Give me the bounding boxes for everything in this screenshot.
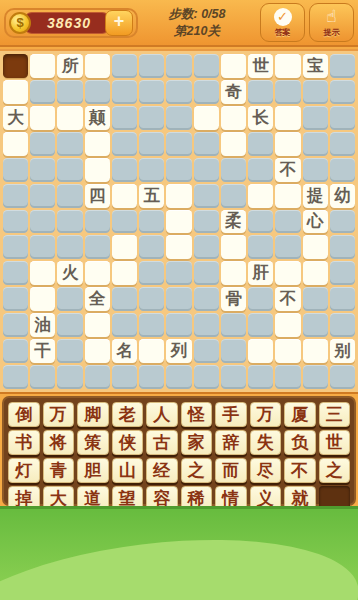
tray-tile-r3c6[interactable]: 之 bbox=[181, 458, 213, 483]
steps-and-level: 步数: 0/58 第210关 bbox=[138, 6, 256, 40]
board-cell-r2c12 bbox=[303, 80, 328, 104]
board-cell-r13c8 bbox=[194, 365, 219, 389]
board-cell-r5c12 bbox=[303, 158, 328, 182]
board-cell-r2c1[interactable] bbox=[3, 80, 28, 104]
board-cell-r2c8 bbox=[194, 80, 219, 104]
tray-tile-r2c6[interactable]: 家 bbox=[181, 430, 213, 455]
board-cell-r3c6 bbox=[139, 106, 164, 130]
tray-tile-r2c5[interactable]: 古 bbox=[146, 430, 178, 455]
board-cell-r6c2 bbox=[30, 184, 55, 208]
tray-tile-r2c10[interactable]: 世 bbox=[319, 430, 351, 455]
tray-tile-r3c4[interactable]: 山 bbox=[112, 458, 144, 483]
board-cell-r7c4 bbox=[85, 210, 110, 234]
board-cell-r5c1 bbox=[3, 158, 28, 182]
board-frame: 所世宝奇大颠长不四五提幼柔心火肝全骨不油干名列别 bbox=[0, 49, 358, 394]
board-cell-r11c9 bbox=[221, 313, 246, 337]
board-cell-r2c5 bbox=[112, 80, 137, 104]
board-cell-r3c5 bbox=[112, 106, 137, 130]
board-cell-r3c12 bbox=[303, 106, 328, 130]
board-cell-r10c9[interactable]: 骨 bbox=[221, 287, 246, 311]
board-cell-r5c4[interactable] bbox=[85, 158, 110, 182]
board-cell-r9c8 bbox=[194, 261, 219, 285]
board-cell-r8c9[interactable] bbox=[221, 235, 246, 259]
tray-tile-r2c3[interactable]: 策 bbox=[77, 430, 109, 455]
tray-tile-r2c4[interactable]: 侠 bbox=[112, 430, 144, 455]
board-cell-r5c2 bbox=[30, 158, 55, 182]
board-cell-r3c10[interactable]: 长 bbox=[248, 106, 273, 130]
board-cell-r4c7 bbox=[166, 132, 191, 156]
board-cell-r10c3 bbox=[57, 287, 82, 311]
coin-amount: 38630 bbox=[23, 12, 111, 34]
board-cell-r12c10[interactable] bbox=[248, 339, 273, 363]
grass-hill bbox=[0, 519, 358, 600]
board-cell-r11c6 bbox=[139, 313, 164, 337]
tile-tray: 倒万脚老人怪手万厦三书将策侠古家辞失负世灯青胆山经之而尽不之掉大道望容稀情义就 bbox=[2, 396, 356, 506]
board-cell-r9c6 bbox=[139, 261, 164, 285]
board-cell-r4c6 bbox=[139, 132, 164, 156]
board-cell-r10c13 bbox=[330, 287, 355, 311]
board-cell-r2c3 bbox=[57, 80, 82, 104]
board-cell-r7c7[interactable] bbox=[166, 210, 191, 234]
tray-tile-r3c1[interactable]: 灯 bbox=[8, 458, 40, 483]
board-cell-r5c9 bbox=[221, 158, 246, 182]
board-cell-r6c10[interactable] bbox=[248, 184, 273, 208]
board-cell-r5c3 bbox=[57, 158, 82, 182]
board-cell-r1c4[interactable] bbox=[85, 54, 110, 78]
board-cell-r3c11[interactable] bbox=[275, 106, 300, 130]
board-cell-r11c4[interactable] bbox=[85, 313, 110, 337]
board-cell-r5c5 bbox=[112, 158, 137, 182]
board-cell-r7c13 bbox=[330, 210, 355, 234]
board-cell-r11c3 bbox=[57, 313, 82, 337]
board-cell-r6c8 bbox=[194, 184, 219, 208]
board-cell-r10c4[interactable]: 全 bbox=[85, 287, 110, 311]
tray-tile-r3c9[interactable]: 不 bbox=[284, 458, 316, 483]
board-cell-r8c12[interactable] bbox=[303, 235, 328, 259]
board-cell-r11c8 bbox=[194, 313, 219, 337]
board-cell-r10c2[interactable] bbox=[30, 287, 55, 311]
board-cell-r6c4[interactable]: 四 bbox=[85, 184, 110, 208]
board-cell-r2c7 bbox=[166, 80, 191, 104]
board-cell-r4c10 bbox=[248, 132, 273, 156]
board-cell-r9c7 bbox=[166, 261, 191, 285]
board-cell-r7c6 bbox=[139, 210, 164, 234]
board-cell-r4c4[interactable] bbox=[85, 132, 110, 156]
board-cell-r7c11 bbox=[275, 210, 300, 234]
board-cell-r11c1 bbox=[3, 313, 28, 337]
answer-button[interactable]: ✓ 答案 bbox=[260, 3, 305, 42]
board-cell-r6c3 bbox=[57, 184, 82, 208]
tray-tile-r1c2[interactable]: 万 bbox=[43, 402, 75, 427]
board-cell-r8c8 bbox=[194, 235, 219, 259]
board-cell-r2c9[interactable]: 奇 bbox=[221, 80, 246, 104]
tray-tile-r3c7[interactable]: 而 bbox=[215, 458, 247, 483]
board-cell-r8c2 bbox=[30, 235, 55, 259]
board-cell-r7c10 bbox=[248, 210, 273, 234]
board-cell-r4c2 bbox=[30, 132, 55, 156]
board-cell-r5c8 bbox=[194, 158, 219, 182]
board-cell-r6c1 bbox=[3, 184, 28, 208]
board-cell-r2c2 bbox=[30, 80, 55, 104]
hint-button[interactable]: ☝ 提示 bbox=[309, 3, 354, 42]
board-cell-r13c4 bbox=[85, 365, 110, 389]
board-cell-r9c13 bbox=[330, 261, 355, 285]
board-cell-r10c6 bbox=[139, 287, 164, 311]
add-coins-button[interactable]: + bbox=[105, 10, 133, 36]
board-cell-r12c1 bbox=[3, 339, 28, 363]
board-cell-r6c9 bbox=[221, 184, 246, 208]
tray-tile-r1c1[interactable]: 倒 bbox=[8, 402, 40, 427]
board-cell-r11c7 bbox=[166, 313, 191, 337]
board-cell-r10c8 bbox=[194, 287, 219, 311]
tray-tile-r2c7[interactable]: 辞 bbox=[215, 430, 247, 455]
hand-icon: ☝ bbox=[323, 8, 341, 26]
board-cell-r13c3 bbox=[57, 365, 82, 389]
board-cell-r7c2 bbox=[30, 210, 55, 234]
board-cell-r4c9[interactable] bbox=[221, 132, 246, 156]
board-cell-r13c2 bbox=[30, 365, 55, 389]
board-cell-r7c8 bbox=[194, 210, 219, 234]
board-cell-r10c11[interactable]: 不 bbox=[275, 287, 300, 311]
board-cell-r4c1[interactable] bbox=[3, 132, 28, 156]
board-cell-r7c9[interactable]: 柔 bbox=[221, 210, 246, 234]
board-cell-r11c2[interactable]: 油 bbox=[30, 313, 55, 337]
board-cell-r12c12[interactable] bbox=[303, 339, 328, 363]
board-cell-r8c13 bbox=[330, 235, 355, 259]
board-cell-r8c5[interactable] bbox=[112, 235, 137, 259]
board-cell-r13c1 bbox=[3, 365, 28, 389]
board-cell-r13c7 bbox=[166, 365, 191, 389]
board-cell-r12c4[interactable] bbox=[85, 339, 110, 363]
board-cell-r8c10 bbox=[248, 235, 273, 259]
tray-tile-r1c8[interactable]: 万 bbox=[250, 402, 282, 427]
board-cell-r13c12 bbox=[303, 365, 328, 389]
tray-tile-r1c7[interactable]: 手 bbox=[215, 402, 247, 427]
board-cell-r10c12 bbox=[303, 287, 328, 311]
grass-edge bbox=[0, 506, 358, 509]
board-cell-r3c8[interactable] bbox=[194, 106, 219, 130]
board-cell-r8c3 bbox=[57, 235, 82, 259]
board-cell-r9c5[interactable] bbox=[112, 261, 137, 285]
board-cell-r12c8 bbox=[194, 339, 219, 363]
board-cell-r9c2[interactable] bbox=[30, 261, 55, 285]
board-cell-r12c11[interactable] bbox=[275, 339, 300, 363]
tray-tile-r1c4[interactable]: 老 bbox=[112, 402, 144, 427]
board-cell-r3c7 bbox=[166, 106, 191, 130]
board-cell-r12c13[interactable]: 别 bbox=[330, 339, 355, 363]
board-cell-r7c1 bbox=[3, 210, 28, 234]
board-cell-r9c9[interactable] bbox=[221, 261, 246, 285]
board-cell-r13c9 bbox=[221, 365, 246, 389]
board-cell-r8c4 bbox=[85, 235, 110, 259]
board-cell-selected-r1c1[interactable] bbox=[3, 54, 28, 78]
board-cell-r5c11[interactable]: 不 bbox=[275, 158, 300, 182]
board-cell-r4c8 bbox=[194, 132, 219, 156]
board-cell-r1c12[interactable]: 宝 bbox=[303, 54, 328, 78]
board-cell-r3c3[interactable] bbox=[57, 106, 82, 130]
board-cell-r12c3 bbox=[57, 339, 82, 363]
board-cell-r7c3 bbox=[57, 210, 82, 234]
tray-tile-r1c3[interactable]: 脚 bbox=[77, 402, 109, 427]
board-cell-r5c7 bbox=[166, 158, 191, 182]
steps-counter: 步数: 0/58 bbox=[138, 6, 256, 23]
board-cell-r4c12 bbox=[303, 132, 328, 156]
tray-tile-r2c1[interactable]: 书 bbox=[8, 430, 40, 455]
tray-tile-r2c2[interactable]: 将 bbox=[43, 430, 75, 455]
board-cell-r5c6 bbox=[139, 158, 164, 182]
board-cell-r1c5 bbox=[112, 54, 137, 78]
board-cell-r6c7[interactable] bbox=[166, 184, 191, 208]
board-cell-r5c10 bbox=[248, 158, 273, 182]
board-cell-r9c11[interactable] bbox=[275, 261, 300, 285]
board-cell-r6c11[interactable] bbox=[275, 184, 300, 208]
board-cell-r7c12[interactable]: 心 bbox=[303, 210, 328, 234]
board-cell-r8c1 bbox=[3, 235, 28, 259]
board-cell-r6c13[interactable]: 幼 bbox=[330, 184, 355, 208]
board-cell-r1c10[interactable]: 世 bbox=[248, 54, 273, 78]
board-cell-r9c10[interactable]: 肝 bbox=[248, 261, 273, 285]
board-cell-r1c9[interactable] bbox=[221, 54, 246, 78]
tray-tile-r3c2[interactable]: 青 bbox=[43, 458, 75, 483]
board-cell-r12c9 bbox=[221, 339, 246, 363]
tray-tile-r2c8[interactable]: 失 bbox=[250, 430, 282, 455]
board-cell-r7c5 bbox=[112, 210, 137, 234]
check-icon: ✓ bbox=[274, 8, 292, 26]
board-cell-r1c6 bbox=[139, 54, 164, 78]
tray-tile-r2c9[interactable]: 负 bbox=[284, 430, 316, 455]
board-cell-r12c7[interactable]: 列 bbox=[166, 339, 191, 363]
board-cell-r11c10 bbox=[248, 313, 273, 337]
grass-footer bbox=[0, 506, 358, 600]
board-cell-r3c1[interactable]: 大 bbox=[3, 106, 28, 130]
tray-tile-r1c6[interactable]: 怪 bbox=[181, 402, 213, 427]
board-cell-r13c11 bbox=[275, 365, 300, 389]
tray-tile-r1c10[interactable]: 三 bbox=[319, 402, 351, 427]
board-cell-r2c4 bbox=[85, 80, 110, 104]
board-cell-r10c10 bbox=[248, 287, 273, 311]
board-cell-r11c5 bbox=[112, 313, 137, 337]
board-cell-r4c3 bbox=[57, 132, 82, 156]
board-cell-r11c11[interactable] bbox=[275, 313, 300, 337]
coin-icon: $ bbox=[9, 12, 31, 34]
tray-tile-r3c5[interactable]: 经 bbox=[146, 458, 178, 483]
tray-tile-r1c5[interactable]: 人 bbox=[146, 402, 178, 427]
board-cell-r11c12 bbox=[303, 313, 328, 337]
tray-tile-r3c10[interactable]: 之 bbox=[319, 458, 351, 483]
board-cell-r6c12[interactable]: 提 bbox=[303, 184, 328, 208]
board-cell-r12c5[interactable]: 名 bbox=[112, 339, 137, 363]
board-cell-r2c13 bbox=[330, 80, 355, 104]
board-cell-r13c5 bbox=[112, 365, 137, 389]
board-cell-r10c7 bbox=[166, 287, 191, 311]
board-cell-r3c13 bbox=[330, 106, 355, 130]
crossword-board: 所世宝奇大颠长不四五提幼柔心火肝全骨不油干名列别 bbox=[3, 54, 355, 389]
board-cell-r10c5 bbox=[112, 287, 137, 311]
board-cell-r4c13 bbox=[330, 132, 355, 156]
board-cell-r9c12[interactable] bbox=[303, 261, 328, 285]
board-cell-r12c6[interactable] bbox=[139, 339, 164, 363]
board-cell-r1c2[interactable] bbox=[30, 54, 55, 78]
board-cell-r9c1 bbox=[3, 261, 28, 285]
board-cell-r8c6 bbox=[139, 235, 164, 259]
board-cell-r12c2[interactable]: 干 bbox=[30, 339, 55, 363]
board-cell-r1c8 bbox=[194, 54, 219, 78]
board-cell-r1c7 bbox=[166, 54, 191, 78]
level-indicator: 第210关 bbox=[138, 23, 256, 40]
board-cell-r1c11[interactable] bbox=[275, 54, 300, 78]
board-cell-r9c3[interactable]: 火 bbox=[57, 261, 82, 285]
board-cell-r13c13 bbox=[330, 365, 355, 389]
board-cell-r6c6[interactable]: 五 bbox=[139, 184, 164, 208]
board-cell-r9c4[interactable] bbox=[85, 261, 110, 285]
board-cell-r6c5[interactable] bbox=[112, 184, 137, 208]
tray-tile-r1c9[interactable]: 厦 bbox=[284, 402, 316, 427]
tray-tile-r3c8[interactable]: 尽 bbox=[250, 458, 282, 483]
board-cell-r3c2[interactable] bbox=[30, 106, 55, 130]
board-cell-r5c13 bbox=[330, 158, 355, 182]
board-cell-r2c6 bbox=[139, 80, 164, 104]
board-cell-r11c13 bbox=[330, 313, 355, 337]
board-cell-r10c1 bbox=[3, 287, 28, 311]
board-cell-r4c5 bbox=[112, 132, 137, 156]
coin-counter: $ 38630 + bbox=[4, 8, 138, 38]
board-cell-r8c7[interactable] bbox=[166, 235, 191, 259]
board-cell-r2c10 bbox=[248, 80, 273, 104]
board-cell-r1c3[interactable]: 所 bbox=[57, 54, 82, 78]
board-cell-r4c11[interactable] bbox=[275, 132, 300, 156]
board-cell-r3c4[interactable]: 颠 bbox=[85, 106, 110, 130]
board-cell-r2c11 bbox=[275, 80, 300, 104]
board-cell-r13c10 bbox=[248, 365, 273, 389]
board-cell-r3c9[interactable] bbox=[221, 106, 246, 130]
tray-tile-r3c3[interactable]: 胆 bbox=[77, 458, 109, 483]
board-cell-r13c6 bbox=[139, 365, 164, 389]
board-cell-r8c11 bbox=[275, 235, 300, 259]
top-bar: $ 38630 + 步数: 0/58 第210关 ✓ 答案 ☝ 提示 bbox=[0, 0, 358, 47]
board-cell-r1c13 bbox=[330, 54, 355, 78]
